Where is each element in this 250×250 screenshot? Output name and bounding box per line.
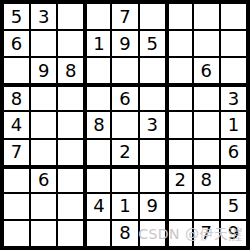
cell-r4c4[interactable]	[85, 85, 110, 110]
cell-r1c9[interactable]	[221, 4, 246, 29]
cell-r5c5[interactable]	[112, 112, 137, 137]
cell-r3c9[interactable]	[221, 58, 246, 83]
cell-r8c8[interactable]	[194, 194, 219, 219]
cell-r4c6[interactable]	[140, 85, 165, 110]
cell-r1c6[interactable]	[140, 4, 165, 29]
cell-r3c2[interactable]: 9	[31, 58, 56, 83]
cell-r9c6[interactable]	[140, 221, 165, 246]
cell-r6c3[interactable]	[58, 140, 83, 165]
cell-r1c2[interactable]: 3	[31, 4, 56, 29]
cell-r8c4[interactable]: 4	[85, 194, 110, 219]
cell-r8c6[interactable]: 9	[140, 194, 165, 219]
cell-r4c3[interactable]	[58, 85, 83, 110]
cell-r2c1[interactable]: 6	[4, 31, 29, 56]
cell-r6c2[interactable]	[31, 140, 56, 165]
cell-r4c9[interactable]: 3	[221, 85, 246, 110]
cell-r1c8[interactable]	[194, 4, 219, 29]
cell-r6c6[interactable]	[140, 140, 165, 165]
cell-r7c6[interactable]	[140, 167, 165, 192]
cell-r6c4[interactable]	[85, 140, 110, 165]
cell-r2c8[interactable]	[194, 31, 219, 56]
cell-r7c5[interactable]	[112, 167, 137, 192]
cell-r5c2[interactable]	[31, 112, 56, 137]
cell-r8c2[interactable]	[31, 194, 56, 219]
cell-r4c2[interactable]	[31, 85, 56, 110]
cell-r3c5[interactable]	[112, 58, 137, 83]
cell-r2c5[interactable]: 9	[112, 31, 137, 56]
cell-r2c7[interactable]	[167, 31, 192, 56]
cell-r7c3[interactable]	[58, 167, 83, 192]
cell-r7c7[interactable]: 2	[167, 167, 192, 192]
cell-r9c8[interactable]: 7	[194, 221, 219, 246]
cell-r5c6[interactable]: 3	[140, 112, 165, 137]
cell-r9c9[interactable]: 9	[221, 221, 246, 246]
cell-r8c7[interactable]	[167, 194, 192, 219]
cell-r1c5[interactable]: 7	[112, 4, 137, 29]
cell-r5c9[interactable]: 1	[221, 112, 246, 137]
cell-r3c8[interactable]: 6	[194, 58, 219, 83]
cell-r9c3[interactable]	[58, 221, 83, 246]
cell-r5c4[interactable]: 8	[85, 112, 110, 137]
cell-r4c7[interactable]	[167, 85, 192, 110]
cell-r5c7[interactable]	[167, 112, 192, 137]
cell-r4c8[interactable]	[194, 85, 219, 110]
cell-r5c1[interactable]: 4	[4, 112, 29, 137]
cell-r9c2[interactable]	[31, 221, 56, 246]
cell-r6c8[interactable]	[194, 140, 219, 165]
cell-r6c1[interactable]: 7	[4, 140, 29, 165]
cell-r2c2[interactable]	[31, 31, 56, 56]
cell-r3c3[interactable]: 8	[58, 58, 83, 83]
cell-r7c4[interactable]	[85, 167, 110, 192]
cell-r2c4[interactable]: 1	[85, 31, 110, 56]
cell-r1c7[interactable]	[167, 4, 192, 29]
cell-r1c3[interactable]	[58, 4, 83, 29]
cell-r9c5[interactable]: 8	[112, 221, 137, 246]
cell-r3c4[interactable]	[85, 58, 110, 83]
cell-r7c1[interactable]	[4, 167, 29, 192]
cell-r8c5[interactable]: 1	[112, 194, 137, 219]
cell-r2c6[interactable]: 5	[140, 31, 165, 56]
cell-r6c7[interactable]	[167, 140, 192, 165]
cell-r6c9[interactable]: 6	[221, 140, 246, 165]
cell-r4c5[interactable]: 6	[112, 85, 137, 110]
cell-r7c8[interactable]: 8	[194, 167, 219, 192]
cell-r5c8[interactable]	[194, 112, 219, 137]
cell-r9c4[interactable]	[85, 221, 110, 246]
cell-r7c9[interactable]	[221, 167, 246, 192]
cell-r3c1[interactable]	[4, 58, 29, 83]
cell-r7c2[interactable]: 6	[31, 167, 56, 192]
cell-r4c1[interactable]: 8	[4, 85, 29, 110]
cell-r8c1[interactable]	[4, 194, 29, 219]
cell-r1c4[interactable]	[85, 4, 110, 29]
cell-r2c3[interactable]	[58, 31, 83, 56]
cell-r3c7[interactable]	[167, 58, 192, 83]
cell-r5c3[interactable]	[58, 112, 83, 137]
sudoku-board: 537619598686348317266284195879CSDN @伊天漄	[0, 0, 250, 250]
cell-r3c6[interactable]	[140, 58, 165, 83]
cell-r8c9[interactable]: 5	[221, 194, 246, 219]
cell-r6c5[interactable]: 2	[112, 140, 137, 165]
cell-r9c7[interactable]	[167, 221, 192, 246]
cell-r8c3[interactable]	[58, 194, 83, 219]
cell-r1c1[interactable]: 5	[4, 4, 29, 29]
cell-r2c9[interactable]	[221, 31, 246, 56]
cell-r9c1[interactable]	[4, 221, 29, 246]
